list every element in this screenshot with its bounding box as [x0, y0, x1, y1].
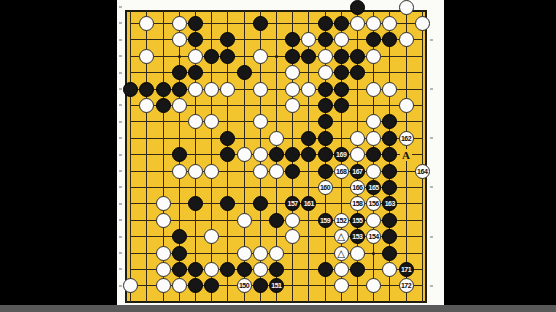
- white-stone: [172, 32, 187, 47]
- right-coordinate-tick: [430, 39, 433, 41]
- left-coordinate-tick: [119, 104, 122, 106]
- black-stone: [318, 147, 333, 162]
- stone-move-number: 156: [369, 197, 379, 210]
- white-stone: [188, 164, 203, 179]
- black-stone: [382, 246, 397, 261]
- left-coordinate-tick: [119, 170, 122, 172]
- white-stone: [318, 65, 333, 80]
- white-stone: [350, 147, 365, 162]
- left-coordinate-tick: [119, 39, 122, 41]
- stone-move-number: 152: [336, 214, 346, 227]
- stone-move-number: 164: [417, 165, 427, 178]
- right-coordinate-tick: [430, 186, 433, 188]
- black-stone: [188, 262, 203, 277]
- star-point: [372, 252, 375, 255]
- black-stone: [318, 82, 333, 97]
- black-stone: [334, 82, 349, 97]
- grid-line-vertical: [130, 11, 131, 302]
- black-stone: [318, 32, 333, 47]
- black-stone: [220, 49, 235, 64]
- black-stone: [334, 98, 349, 113]
- white-stone: [139, 49, 154, 64]
- black-stone: [269, 213, 284, 228]
- black-stone: [334, 16, 349, 31]
- white-stone: [237, 246, 252, 261]
- black-stone-move-165: 165: [366, 180, 381, 195]
- white-stone-triangle-marked: △: [334, 246, 349, 261]
- stone-move-number: 161: [304, 197, 314, 210]
- white-stone: [285, 213, 300, 228]
- white-stone: [237, 213, 252, 228]
- white-stone: [253, 246, 268, 261]
- star-point: [178, 55, 181, 58]
- stone-move-number: 162: [401, 132, 411, 145]
- black-stone: [318, 98, 333, 113]
- black-stone: [172, 262, 187, 277]
- black-stone: [318, 164, 333, 179]
- black-stone-move-169: 169: [334, 147, 349, 162]
- white-stone: [382, 82, 397, 97]
- stone-move-number: 158: [352, 197, 362, 210]
- stone-move-number: 168: [336, 165, 346, 178]
- white-stone: [156, 278, 171, 293]
- black-stone: [334, 65, 349, 80]
- stone-move-number: 155: [352, 214, 362, 227]
- white-stone: [366, 164, 381, 179]
- black-stone: [350, 0, 365, 15]
- bottom-bar: [0, 305, 556, 312]
- white-stone: [156, 246, 171, 261]
- black-stone: [318, 16, 333, 31]
- white-stone: [350, 131, 365, 146]
- left-coordinate-tick: [119, 88, 122, 90]
- black-stone: [172, 229, 187, 244]
- white-stone: [204, 164, 219, 179]
- black-stone-move-167: 167: [350, 164, 365, 179]
- black-stone: [204, 49, 219, 64]
- star-point: [275, 55, 278, 58]
- white-stone: [156, 262, 171, 277]
- black-stone: [318, 262, 333, 277]
- white-stone: [220, 82, 235, 97]
- white-stone: [318, 49, 333, 64]
- white-stone: [366, 49, 381, 64]
- black-stone: [350, 262, 365, 277]
- black-stone: [172, 246, 187, 261]
- black-stone: [382, 131, 397, 146]
- white-stone: [350, 246, 365, 261]
- stone-move-number: 151: [271, 279, 281, 292]
- black-stone: [253, 278, 268, 293]
- black-stone: [285, 49, 300, 64]
- white-stone: [253, 82, 268, 97]
- white-stone: [269, 246, 284, 261]
- white-stone: [188, 49, 203, 64]
- black-stone: [188, 16, 203, 31]
- white-stone: [334, 32, 349, 47]
- black-stone-move-153: 153: [350, 229, 365, 244]
- black-stone-move-171: 171: [399, 262, 414, 277]
- left-coordinate-tick: [119, 203, 122, 205]
- right-coordinate-tick: [430, 236, 433, 238]
- stone-move-number: 169: [336, 148, 346, 161]
- white-stone: [366, 82, 381, 97]
- left-coordinate-tick: [119, 154, 122, 156]
- white-stone: [415, 16, 430, 31]
- white-stone: [172, 164, 187, 179]
- black-stone: [237, 65, 252, 80]
- white-stone-triangle-marked: △: [334, 229, 349, 244]
- black-stone: [318, 114, 333, 129]
- right-coordinate-tick: [430, 88, 433, 90]
- black-stone: [301, 49, 316, 64]
- stone-move-number: 157: [288, 197, 298, 210]
- black-stone: [156, 98, 171, 113]
- black-stone: [382, 213, 397, 228]
- black-stone: [188, 65, 203, 80]
- left-coordinate-tick: [119, 252, 122, 254]
- screenshot-canvas: 1621691681671641601661651571611581561631…: [0, 0, 556, 312]
- black-stone: [156, 82, 171, 97]
- left-coordinate-tick: [119, 137, 122, 139]
- stone-move-number: 171: [401, 263, 411, 276]
- black-stone: [334, 49, 349, 64]
- stone-move-number: 150: [239, 279, 249, 292]
- black-stone: [318, 131, 333, 146]
- black-stone-move-159: 159: [318, 213, 333, 228]
- white-stone-move-164: 164: [415, 164, 430, 179]
- black-stone: [301, 131, 316, 146]
- left-coordinate-tick: [119, 268, 122, 270]
- left-coordinate-tick: [119, 285, 122, 287]
- black-stone: [382, 164, 397, 179]
- white-stone: [156, 213, 171, 228]
- white-stone-move-172: 172: [399, 278, 414, 293]
- white-stone: [237, 147, 252, 162]
- black-stone: [253, 16, 268, 31]
- white-stone: [285, 98, 300, 113]
- stone-move-number: 153: [352, 230, 362, 243]
- triangle-mark: △: [337, 247, 345, 260]
- white-stone: [334, 262, 349, 277]
- white-stone-move-160: 160: [318, 180, 333, 195]
- white-stone: [366, 16, 381, 31]
- white-stone-move-166: 166: [350, 180, 365, 195]
- right-coordinate-tick: [430, 285, 433, 287]
- triangle-mark: △: [337, 230, 345, 243]
- white-stone: [334, 278, 349, 293]
- right-coordinate-tick: [430, 137, 433, 139]
- white-stone-move-168: 168: [334, 164, 349, 179]
- white-stone: [399, 0, 414, 15]
- white-stone: [399, 32, 414, 47]
- white-stone: [301, 82, 316, 97]
- grid-line-vertical: [422, 11, 423, 302]
- white-stone: [253, 164, 268, 179]
- white-stone: [253, 262, 268, 277]
- white-stone: [172, 278, 187, 293]
- left-coordinate-tick: [119, 55, 122, 57]
- left-coordinate-tick: [119, 236, 122, 238]
- white-stone: [350, 16, 365, 31]
- stone-move-number: 165: [369, 181, 379, 194]
- black-stone: [172, 82, 187, 97]
- black-stone: [253, 196, 268, 211]
- white-stone: [204, 82, 219, 97]
- white-stone: [253, 147, 268, 162]
- stone-move-number: 159: [320, 214, 330, 227]
- white-stone: [172, 16, 187, 31]
- white-stone: [253, 114, 268, 129]
- left-coordinate-tick: [119, 72, 122, 74]
- stone-move-number: 167: [352, 165, 362, 178]
- point-label-a: A: [400, 149, 412, 161]
- black-stone: [350, 49, 365, 64]
- stone-move-number: 166: [352, 181, 362, 194]
- black-stone: [123, 82, 138, 97]
- left-coordinate-tick: [119, 186, 122, 188]
- left-coordinate-tick: [119, 219, 122, 221]
- black-stone: [237, 262, 252, 277]
- white-stone: [253, 49, 268, 64]
- black-stone-move-155: 155: [350, 213, 365, 228]
- black-stone: [350, 65, 365, 80]
- stone-move-number: 154: [369, 230, 379, 243]
- black-stone: [220, 131, 235, 146]
- white-stone-move-150: 150: [237, 278, 252, 293]
- white-stone: [269, 164, 284, 179]
- white-stone: [399, 98, 414, 113]
- white-stone: [366, 131, 381, 146]
- white-stone: [204, 262, 219, 277]
- black-stone: [269, 147, 284, 162]
- left-coordinate-tick: [119, 22, 122, 24]
- stone-move-number: 163: [385, 197, 395, 210]
- stone-move-number: 172: [401, 279, 411, 292]
- left-coordinate-tick: [119, 121, 122, 123]
- black-stone: [269, 262, 284, 277]
- white-stone: [269, 131, 284, 146]
- white-stone: [172, 98, 187, 113]
- black-stone: [139, 82, 154, 97]
- white-stone: [366, 213, 381, 228]
- white-stone: [156, 196, 171, 211]
- left-coordinate-tick: [119, 6, 122, 8]
- black-stone: [172, 65, 187, 80]
- white-stone-move-152: 152: [334, 213, 349, 228]
- stone-move-number: 160: [320, 181, 330, 194]
- white-stone: [188, 82, 203, 97]
- black-stone: [172, 147, 187, 162]
- black-stone: [285, 164, 300, 179]
- white-stone-move-162: 162: [399, 131, 414, 146]
- white-stone: [285, 82, 300, 97]
